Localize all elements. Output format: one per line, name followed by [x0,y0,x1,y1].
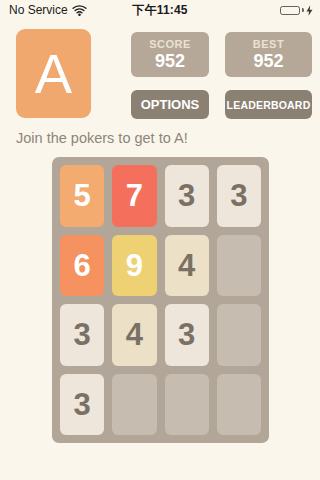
tile-r3c1: 3 [60,304,104,366]
app-screen: No Service 下午11:45 [0,0,320,480]
tile-r4c1: 3 [60,374,104,436]
tile-r3c4 [217,304,261,366]
score-label: SCORE [149,38,191,51]
tile-r2c2: 9 [112,235,156,297]
status-bar: No Service 下午11:45 [0,0,320,20]
leaderboard-button[interactable]: LEADERBOARD [225,90,312,119]
battery-nub [302,8,304,12]
battery-icon [280,6,300,15]
tile-r2c4 [217,235,261,297]
best-value: 952 [253,51,283,72]
score-box: SCORE 952 [131,32,209,77]
tile-r1c4: 3 [217,165,261,227]
goal-tile-letter: A [35,41,72,106]
battery-indicator [280,0,313,20]
tile-r4c3 [165,374,209,436]
options-button[interactable]: OPTIONS [131,90,209,119]
best-label: BEST [253,38,284,51]
tagline: Join the pokers to get to A! [16,130,188,146]
charging-bolt-icon [306,5,313,16]
tile-r3c2: 4 [112,304,156,366]
tile-r4c4 [217,374,261,436]
tile-r1c3: 3 [165,165,209,227]
tile-r3c3: 3 [165,304,209,366]
tile-r2c1: 6 [60,235,104,297]
tile-r1c2: 7 [112,165,156,227]
best-box: BEST 952 [225,32,312,77]
game-board-grid[interactable]: 5 7 3 3 6 9 4 3 4 3 3 [52,157,269,443]
goal-tile-card: A [16,29,91,118]
tile-r1c1: 5 [60,165,104,227]
tile-r4c2 [112,374,156,436]
score-value: 952 [155,51,185,72]
tile-r2c3: 4 [165,235,209,297]
clock: 下午11:45 [0,0,320,20]
